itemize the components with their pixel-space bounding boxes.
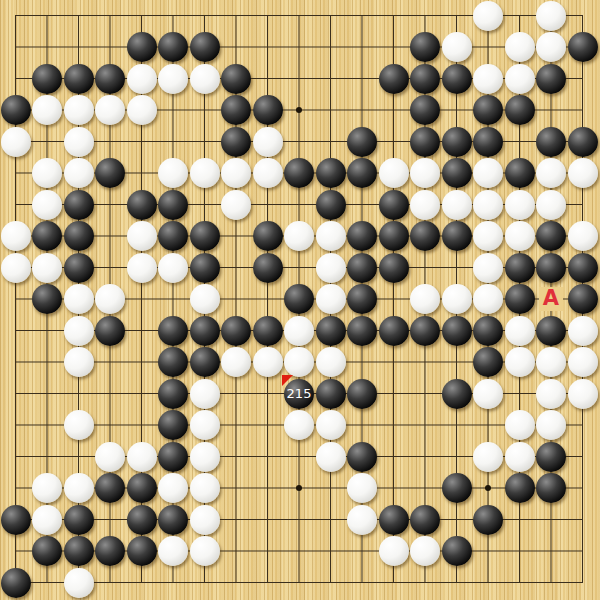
intersection-15-11[interactable] (441, 315, 473, 347)
intersection-17-7[interactable] (504, 189, 536, 221)
intersection-12-9[interactable] (346, 252, 378, 284)
intersection-3-13[interactable] (63, 378, 95, 410)
intersection-1-2[interactable] (0, 31, 31, 63)
intersection-5-2[interactable] (126, 31, 158, 63)
intersection-9-19[interactable] (252, 567, 284, 599)
intersection-11-8[interactable] (315, 220, 347, 252)
intersection-9-9[interactable] (252, 252, 284, 284)
intersection-1-12[interactable] (0, 346, 31, 378)
intersection-2-15[interactable] (31, 441, 63, 473)
intersection-4-15[interactable] (94, 441, 126, 473)
intersection-5-10[interactable] (126, 283, 158, 315)
intersection-16-15[interactable] (472, 441, 504, 473)
intersection-19-12[interactable] (567, 346, 599, 378)
intersection-3-9[interactable] (63, 252, 95, 284)
intersection-1-16[interactable] (0, 472, 31, 504)
intersection-5-18[interactable] (126, 535, 158, 567)
intersection-15-6[interactable] (441, 157, 473, 189)
intersection-16-6[interactable] (472, 157, 504, 189)
intersection-4-11[interactable] (94, 315, 126, 347)
intersection-8-7[interactable] (220, 189, 252, 221)
intersection-12-13[interactable] (346, 378, 378, 410)
intersection-4-8[interactable] (94, 220, 126, 252)
intersection-16-3[interactable] (472, 63, 504, 95)
intersection-10-14[interactable] (283, 409, 315, 441)
intersection-4-2[interactable] (94, 31, 126, 63)
intersection-4-9[interactable] (94, 252, 126, 284)
intersection-1-11[interactable] (0, 315, 31, 347)
intersection-9-7[interactable] (252, 189, 284, 221)
intersection-18-15[interactable] (535, 441, 567, 473)
intersection-13-12[interactable] (378, 346, 410, 378)
intersection-7-3[interactable] (189, 63, 221, 95)
intersection-4-4[interactable] (94, 94, 126, 126)
intersection-2-2[interactable] (31, 31, 63, 63)
intersection-5-14[interactable] (126, 409, 158, 441)
intersection-6-10[interactable] (157, 283, 189, 315)
intersection-14-10[interactable] (409, 283, 441, 315)
intersection-13-10[interactable] (378, 283, 410, 315)
intersection-14-5[interactable] (409, 126, 441, 158)
intersection-7-14[interactable] (189, 409, 221, 441)
intersection-14-13[interactable] (409, 378, 441, 410)
intersection-4-17[interactable] (94, 504, 126, 536)
intersection-13-5[interactable] (378, 126, 410, 158)
intersection-10-11[interactable] (283, 315, 315, 347)
intersection-19-1[interactable] (567, 0, 599, 31)
intersection-17-4[interactable] (504, 94, 536, 126)
intersection-11-15[interactable] (315, 441, 347, 473)
intersection-19-14[interactable] (567, 409, 599, 441)
intersection-12-1[interactable] (346, 0, 378, 31)
intersection-15-2[interactable] (441, 31, 473, 63)
intersection-18-5[interactable] (535, 126, 567, 158)
intersection-18-10[interactable]: A (535, 283, 567, 315)
intersection-14-12[interactable] (409, 346, 441, 378)
intersection-6-8[interactable] (157, 220, 189, 252)
intersection-1-13[interactable] (0, 378, 31, 410)
intersection-2-13[interactable] (31, 378, 63, 410)
intersection-11-19[interactable] (315, 567, 347, 599)
intersection-6-11[interactable] (157, 315, 189, 347)
intersection-7-6[interactable] (189, 157, 221, 189)
intersection-9-5[interactable] (252, 126, 284, 158)
intersection-7-2[interactable] (189, 31, 221, 63)
intersection-19-8[interactable] (567, 220, 599, 252)
intersection-11-16[interactable] (315, 472, 347, 504)
intersection-12-3[interactable] (346, 63, 378, 95)
intersection-15-8[interactable] (441, 220, 473, 252)
intersection-16-9[interactable] (472, 252, 504, 284)
intersection-18-18[interactable] (535, 535, 567, 567)
intersection-3-3[interactable] (63, 63, 95, 95)
intersection-13-17[interactable] (378, 504, 410, 536)
intersection-11-13[interactable] (315, 378, 347, 410)
intersection-16-11[interactable] (472, 315, 504, 347)
intersection-8-10[interactable] (220, 283, 252, 315)
intersection-8-1[interactable] (220, 0, 252, 31)
intersection-4-7[interactable] (94, 189, 126, 221)
intersection-14-17[interactable] (409, 504, 441, 536)
intersection-6-12[interactable] (157, 346, 189, 378)
intersection-10-18[interactable] (283, 535, 315, 567)
intersection-16-12[interactable] (472, 346, 504, 378)
intersection-2-9[interactable] (31, 252, 63, 284)
intersection-5-6[interactable] (126, 157, 158, 189)
intersection-6-1[interactable] (157, 0, 189, 31)
intersection-17-17[interactable] (504, 504, 536, 536)
intersection-16-10[interactable] (472, 283, 504, 315)
intersection-2-3[interactable] (31, 63, 63, 95)
intersection-19-18[interactable] (567, 535, 599, 567)
intersection-17-10[interactable] (504, 283, 536, 315)
intersection-16-17[interactable] (472, 504, 504, 536)
intersection-10-6[interactable] (283, 157, 315, 189)
intersection-15-3[interactable] (441, 63, 473, 95)
intersection-14-15[interactable] (409, 441, 441, 473)
intersection-11-14[interactable] (315, 409, 347, 441)
intersection-1-8[interactable] (0, 220, 31, 252)
intersection-13-11[interactable] (378, 315, 410, 347)
intersection-8-3[interactable] (220, 63, 252, 95)
intersection-8-5[interactable] (220, 126, 252, 158)
intersection-14-7[interactable] (409, 189, 441, 221)
intersection-5-19[interactable] (126, 567, 158, 599)
intersection-8-11[interactable] (220, 315, 252, 347)
intersection-9-1[interactable] (252, 0, 284, 31)
intersection-5-8[interactable] (126, 220, 158, 252)
intersection-6-3[interactable] (157, 63, 189, 95)
intersection-9-11[interactable] (252, 315, 284, 347)
intersection-12-8[interactable] (346, 220, 378, 252)
intersection-18-9[interactable] (535, 252, 567, 284)
intersection-3-18[interactable] (63, 535, 95, 567)
intersection-4-16[interactable] (94, 472, 126, 504)
intersection-1-17[interactable] (0, 504, 31, 536)
intersection-11-2[interactable] (315, 31, 347, 63)
intersection-12-7[interactable] (346, 189, 378, 221)
intersection-8-15[interactable] (220, 441, 252, 473)
intersection-1-15[interactable] (0, 441, 31, 473)
intersection-10-8[interactable] (283, 220, 315, 252)
intersection-18-7[interactable] (535, 189, 567, 221)
intersection-2-1[interactable] (31, 0, 63, 31)
intersection-1-4[interactable] (0, 94, 31, 126)
intersection-14-19[interactable] (409, 567, 441, 599)
intersection-3-14[interactable] (63, 409, 95, 441)
intersection-7-9[interactable] (189, 252, 221, 284)
intersection-6-19[interactable] (157, 567, 189, 599)
intersection-13-18[interactable] (378, 535, 410, 567)
intersection-18-1[interactable] (535, 0, 567, 31)
intersection-6-16[interactable] (157, 472, 189, 504)
intersection-8-2[interactable] (220, 31, 252, 63)
intersection-1-1[interactable] (0, 0, 31, 31)
intersection-2-19[interactable] (31, 567, 63, 599)
intersection-13-9[interactable] (378, 252, 410, 284)
intersection-1-6[interactable] (0, 157, 31, 189)
intersection-2-8[interactable] (31, 220, 63, 252)
intersection-17-13[interactable] (504, 378, 536, 410)
intersection-17-18[interactable] (504, 535, 536, 567)
intersection-4-10[interactable] (94, 283, 126, 315)
intersection-1-7[interactable] (0, 189, 31, 221)
intersection-7-4[interactable] (189, 94, 221, 126)
intersection-7-12[interactable] (189, 346, 221, 378)
intersection-12-19[interactable] (346, 567, 378, 599)
intersection-12-5[interactable] (346, 126, 378, 158)
intersection-19-10[interactable] (567, 283, 599, 315)
intersection-13-1[interactable] (378, 0, 410, 31)
intersection-5-16[interactable] (126, 472, 158, 504)
intersection-15-7[interactable] (441, 189, 473, 221)
intersection-14-14[interactable] (409, 409, 441, 441)
intersection-12-12[interactable] (346, 346, 378, 378)
intersection-11-4[interactable] (315, 94, 347, 126)
intersection-13-6[interactable] (378, 157, 410, 189)
intersection-17-15[interactable] (504, 441, 536, 473)
intersection-19-7[interactable] (567, 189, 599, 221)
intersection-3-5[interactable] (63, 126, 95, 158)
intersection-9-14[interactable] (252, 409, 284, 441)
intersection-10-3[interactable] (283, 63, 315, 95)
intersection-15-10[interactable] (441, 283, 473, 315)
intersection-10-9[interactable] (283, 252, 315, 284)
intersection-16-13[interactable] (472, 378, 504, 410)
intersection-1-14[interactable] (0, 409, 31, 441)
intersection-12-16[interactable] (346, 472, 378, 504)
intersection-2-17[interactable] (31, 504, 63, 536)
intersection-3-10[interactable] (63, 283, 95, 315)
intersection-8-6[interactable] (220, 157, 252, 189)
intersection-6-18[interactable] (157, 535, 189, 567)
intersection-4-3[interactable] (94, 63, 126, 95)
intersection-7-15[interactable] (189, 441, 221, 473)
intersection-19-15[interactable] (567, 441, 599, 473)
intersection-11-1[interactable] (315, 0, 347, 31)
intersection-8-19[interactable] (220, 567, 252, 599)
intersection-18-6[interactable] (535, 157, 567, 189)
intersection-8-17[interactable] (220, 504, 252, 536)
intersection-15-18[interactable] (441, 535, 473, 567)
intersection-8-13[interactable] (220, 378, 252, 410)
intersection-10-10[interactable] (283, 283, 315, 315)
intersection-16-2[interactable] (472, 31, 504, 63)
intersection-10-5[interactable] (283, 126, 315, 158)
intersection-3-17[interactable] (63, 504, 95, 536)
intersection-12-2[interactable] (346, 31, 378, 63)
intersection-4-14[interactable] (94, 409, 126, 441)
intersection-15-13[interactable] (441, 378, 473, 410)
intersection-12-11[interactable] (346, 315, 378, 347)
intersection-8-9[interactable] (220, 252, 252, 284)
intersection-8-8[interactable] (220, 220, 252, 252)
intersection-18-12[interactable] (535, 346, 567, 378)
intersection-13-8[interactable] (378, 220, 410, 252)
intersection-16-14[interactable] (472, 409, 504, 441)
intersection-17-16[interactable] (504, 472, 536, 504)
intersection-18-13[interactable] (535, 378, 567, 410)
intersection-3-6[interactable] (63, 157, 95, 189)
intersection-7-8[interactable] (189, 220, 221, 252)
intersection-15-16[interactable] (441, 472, 473, 504)
intersection-2-4[interactable] (31, 94, 63, 126)
intersection-5-9[interactable] (126, 252, 158, 284)
intersection-9-18[interactable] (252, 535, 284, 567)
intersection-10-19[interactable] (283, 567, 315, 599)
intersection-5-5[interactable] (126, 126, 158, 158)
intersection-3-19[interactable] (63, 567, 95, 599)
intersection-4-13[interactable] (94, 378, 126, 410)
intersection-15-4[interactable] (441, 94, 473, 126)
intersection-1-5[interactable] (0, 126, 31, 158)
intersection-6-13[interactable] (157, 378, 189, 410)
intersection-12-17[interactable] (346, 504, 378, 536)
intersection-13-16[interactable] (378, 472, 410, 504)
intersection-4-5[interactable] (94, 126, 126, 158)
intersection-19-2[interactable] (567, 31, 599, 63)
intersection-11-5[interactable] (315, 126, 347, 158)
intersection-11-11[interactable] (315, 315, 347, 347)
intersection-5-17[interactable] (126, 504, 158, 536)
intersection-4-19[interactable] (94, 567, 126, 599)
intersection-17-9[interactable] (504, 252, 536, 284)
intersection-3-12[interactable] (63, 346, 95, 378)
intersection-18-8[interactable] (535, 220, 567, 252)
intersection-9-13[interactable] (252, 378, 284, 410)
intersection-12-4[interactable] (346, 94, 378, 126)
intersection-17-3[interactable] (504, 63, 536, 95)
intersection-3-4[interactable] (63, 94, 95, 126)
intersection-11-3[interactable] (315, 63, 347, 95)
intersection-10-12[interactable] (283, 346, 315, 378)
intersection-15-5[interactable] (441, 126, 473, 158)
intersection-14-1[interactable] (409, 0, 441, 31)
intersection-18-19[interactable] (535, 567, 567, 599)
intersection-15-17[interactable] (441, 504, 473, 536)
intersection-7-13[interactable] (189, 378, 221, 410)
intersection-10-1[interactable] (283, 0, 315, 31)
intersection-19-17[interactable] (567, 504, 599, 536)
intersection-9-2[interactable] (252, 31, 284, 63)
intersection-8-14[interactable] (220, 409, 252, 441)
intersection-7-18[interactable] (189, 535, 221, 567)
intersection-14-4[interactable] (409, 94, 441, 126)
intersection-16-4[interactable] (472, 94, 504, 126)
intersection-11-10[interactable] (315, 283, 347, 315)
intersection-12-14[interactable] (346, 409, 378, 441)
intersection-16-5[interactable] (472, 126, 504, 158)
intersection-7-5[interactable] (189, 126, 221, 158)
intersection-1-19[interactable] (0, 567, 31, 599)
intersection-17-5[interactable] (504, 126, 536, 158)
intersection-1-9[interactable] (0, 252, 31, 284)
intersection-14-18[interactable] (409, 535, 441, 567)
intersection-7-7[interactable] (189, 189, 221, 221)
intersection-3-7[interactable] (63, 189, 95, 221)
intersection-19-6[interactable] (567, 157, 599, 189)
intersection-6-7[interactable] (157, 189, 189, 221)
intersection-18-17[interactable] (535, 504, 567, 536)
intersection-9-3[interactable] (252, 63, 284, 95)
intersection-11-12[interactable] (315, 346, 347, 378)
intersection-1-18[interactable] (0, 535, 31, 567)
intersection-10-2[interactable] (283, 31, 315, 63)
intersection-18-14[interactable] (535, 409, 567, 441)
intersection-3-8[interactable] (63, 220, 95, 252)
intersection-14-11[interactable] (409, 315, 441, 347)
intersection-12-6[interactable] (346, 157, 378, 189)
intersection-9-6[interactable] (252, 157, 284, 189)
intersection-18-2[interactable] (535, 31, 567, 63)
intersection-5-13[interactable] (126, 378, 158, 410)
intersection-16-8[interactable] (472, 220, 504, 252)
intersection-14-9[interactable] (409, 252, 441, 284)
intersection-7-11[interactable] (189, 315, 221, 347)
intersection-11-6[interactable] (315, 157, 347, 189)
intersection-13-15[interactable] (378, 441, 410, 473)
intersection-10-17[interactable] (283, 504, 315, 536)
intersection-4-12[interactable] (94, 346, 126, 378)
intersection-6-14[interactable] (157, 409, 189, 441)
intersection-17-1[interactable] (504, 0, 536, 31)
intersection-17-12[interactable] (504, 346, 536, 378)
intersection-8-16[interactable] (220, 472, 252, 504)
intersection-17-11[interactable] (504, 315, 536, 347)
intersection-13-2[interactable] (378, 31, 410, 63)
intersection-11-18[interactable] (315, 535, 347, 567)
intersection-15-14[interactable] (441, 409, 473, 441)
intersection-5-7[interactable] (126, 189, 158, 221)
intersection-8-18[interactable] (220, 535, 252, 567)
intersection-16-1[interactable] (472, 0, 504, 31)
intersection-19-11[interactable] (567, 315, 599, 347)
intersection-6-4[interactable] (157, 94, 189, 126)
intersection-15-19[interactable] (441, 567, 473, 599)
intersection-2-14[interactable] (31, 409, 63, 441)
intersection-6-5[interactable] (157, 126, 189, 158)
intersection-11-9[interactable] (315, 252, 347, 284)
intersection-10-7[interactable] (283, 189, 315, 221)
intersection-6-17[interactable] (157, 504, 189, 536)
intersection-12-15[interactable] (346, 441, 378, 473)
intersection-6-2[interactable] (157, 31, 189, 63)
intersection-15-15[interactable] (441, 441, 473, 473)
intersection-15-9[interactable] (441, 252, 473, 284)
intersection-18-16[interactable] (535, 472, 567, 504)
intersection-2-18[interactable] (31, 535, 63, 567)
intersection-13-19[interactable] (378, 567, 410, 599)
intersection-3-2[interactable] (63, 31, 95, 63)
intersection-3-16[interactable] (63, 472, 95, 504)
intersection-9-10[interactable] (252, 283, 284, 315)
intersection-12-10[interactable] (346, 283, 378, 315)
intersection-6-6[interactable] (157, 157, 189, 189)
intersection-13-7[interactable] (378, 189, 410, 221)
intersection-10-16[interactable] (283, 472, 315, 504)
intersection-16-7[interactable] (472, 189, 504, 221)
intersection-4-6[interactable] (94, 157, 126, 189)
intersection-17-19[interactable] (504, 567, 536, 599)
intersection-13-13[interactable] (378, 378, 410, 410)
intersection-2-10[interactable] (31, 283, 63, 315)
intersection-14-3[interactable] (409, 63, 441, 95)
intersection-19-19[interactable] (567, 567, 599, 599)
intersection-7-1[interactable] (189, 0, 221, 31)
intersection-2-6[interactable] (31, 157, 63, 189)
intersection-10-15[interactable] (283, 441, 315, 473)
intersection-7-16[interactable] (189, 472, 221, 504)
